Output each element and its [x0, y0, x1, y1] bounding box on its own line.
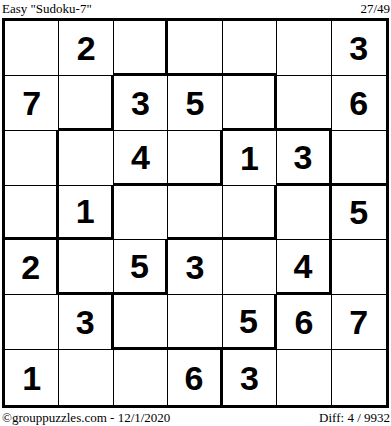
header: Easy "Sudoku-7" 27/49 — [0, 0, 391, 18]
cell-r7c7[interactable] — [332, 350, 386, 405]
cell-r7c3[interactable] — [114, 350, 168, 405]
sudoku-page: Easy "Sudoku-7" 27/49 237356413152534356… — [0, 0, 391, 426]
cell-r1c6[interactable] — [277, 21, 331, 76]
copyright-credit: ©grouppuzzles.com - 12/1/2020 — [2, 410, 170, 426]
cell-r6c5: 5 — [223, 295, 277, 350]
puzzle-title: Easy "Sudoku-7" — [2, 1, 92, 17]
cell-r3c2[interactable] — [59, 131, 113, 186]
cell-r5c3: 5 — [114, 240, 168, 295]
cell-r1c2: 2 — [59, 21, 113, 76]
cell-r1c3[interactable] — [114, 21, 168, 76]
cell-r3c6: 3 — [277, 131, 331, 186]
cell-r2c2[interactable] — [59, 76, 113, 131]
cell-r1c1[interactable] — [5, 21, 59, 76]
cell-r1c4[interactable] — [168, 21, 222, 76]
cell-r6c4[interactable] — [168, 295, 222, 350]
sudoku-board: 2373564131525343567163 — [2, 18, 389, 408]
cell-r2c6[interactable] — [277, 76, 331, 131]
cell-r5c1: 2 — [5, 240, 59, 295]
cells-counter: 27/49 — [360, 1, 390, 17]
cell-r4c7: 5 — [332, 186, 386, 241]
cell-r6c7: 7 — [332, 295, 386, 350]
footer: ©grouppuzzles.com - 12/1/2020 Diff: 4 / … — [0, 409, 391, 426]
cell-r2c7: 6 — [332, 76, 386, 131]
cell-r2c1: 7 — [5, 76, 59, 131]
cell-r3c7[interactable] — [332, 131, 386, 186]
cell-r5c6: 4 — [277, 240, 331, 295]
cell-r5c4: 3 — [168, 240, 222, 295]
cell-r4c6[interactable] — [277, 186, 331, 241]
difficulty-label: Diff: 4 / 9932 — [319, 410, 390, 426]
cell-r7c5: 3 — [223, 350, 277, 405]
cell-r2c5[interactable] — [223, 76, 277, 131]
cell-r7c4: 6 — [168, 350, 222, 405]
cell-r2c3: 3 — [114, 76, 168, 131]
cell-r7c2[interactable] — [59, 350, 113, 405]
cell-r3c3: 4 — [114, 131, 168, 186]
cell-r4c4[interactable] — [168, 186, 222, 241]
cell-r4c3[interactable] — [114, 186, 168, 241]
cell-r5c5[interactable] — [223, 240, 277, 295]
cell-r2c4: 5 — [168, 76, 222, 131]
cell-r1c5[interactable] — [223, 21, 277, 76]
cell-r4c2: 1 — [59, 186, 113, 241]
cell-r3c5: 1 — [223, 131, 277, 186]
cell-r6c6: 6 — [277, 295, 331, 350]
cell-r7c1: 1 — [5, 350, 59, 405]
cell-r3c1[interactable] — [5, 131, 59, 186]
cell-r5c2[interactable] — [59, 240, 113, 295]
cell-r6c2: 3 — [59, 295, 113, 350]
cell-r4c1[interactable] — [5, 186, 59, 241]
cell-r1c7: 3 — [332, 21, 386, 76]
cell-r7c6[interactable] — [277, 350, 331, 405]
cell-r6c1[interactable] — [5, 295, 59, 350]
cell-r3c4[interactable] — [168, 131, 222, 186]
cell-r6c3[interactable] — [114, 295, 168, 350]
cell-r4c5[interactable] — [223, 186, 277, 241]
cell-r5c7[interactable] — [332, 240, 386, 295]
